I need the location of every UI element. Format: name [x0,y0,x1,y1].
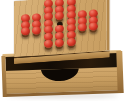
game-board-lid[interactable] [14,0,107,64]
red-peg[interactable] [55,38,64,47]
red-peg[interactable] [66,37,75,46]
board-cell-f1 [77,38,88,45]
box-right-side [116,51,123,93]
box-front-wall [3,67,123,97]
board-cell-c1[interactable] [43,41,54,48]
red-peg[interactable] [89,23,98,32]
board-cell-g1 [88,38,99,45]
board-cell-a1 [20,42,31,49]
finger-notch-cutout [40,67,79,82]
board-surface [14,0,110,57]
board-cell-d1[interactable] [54,40,65,47]
peg-solitaire-product-photo [0,0,125,101]
red-peg[interactable] [44,39,53,48]
red-peg[interactable] [55,12,64,21]
solitaire-board-grid [20,0,100,50]
board-cell-e1[interactable] [65,39,76,46]
board-cell-b1 [31,42,42,49]
red-peg[interactable] [32,27,41,36]
red-peg[interactable] [78,23,87,32]
red-peg[interactable] [21,27,30,36]
